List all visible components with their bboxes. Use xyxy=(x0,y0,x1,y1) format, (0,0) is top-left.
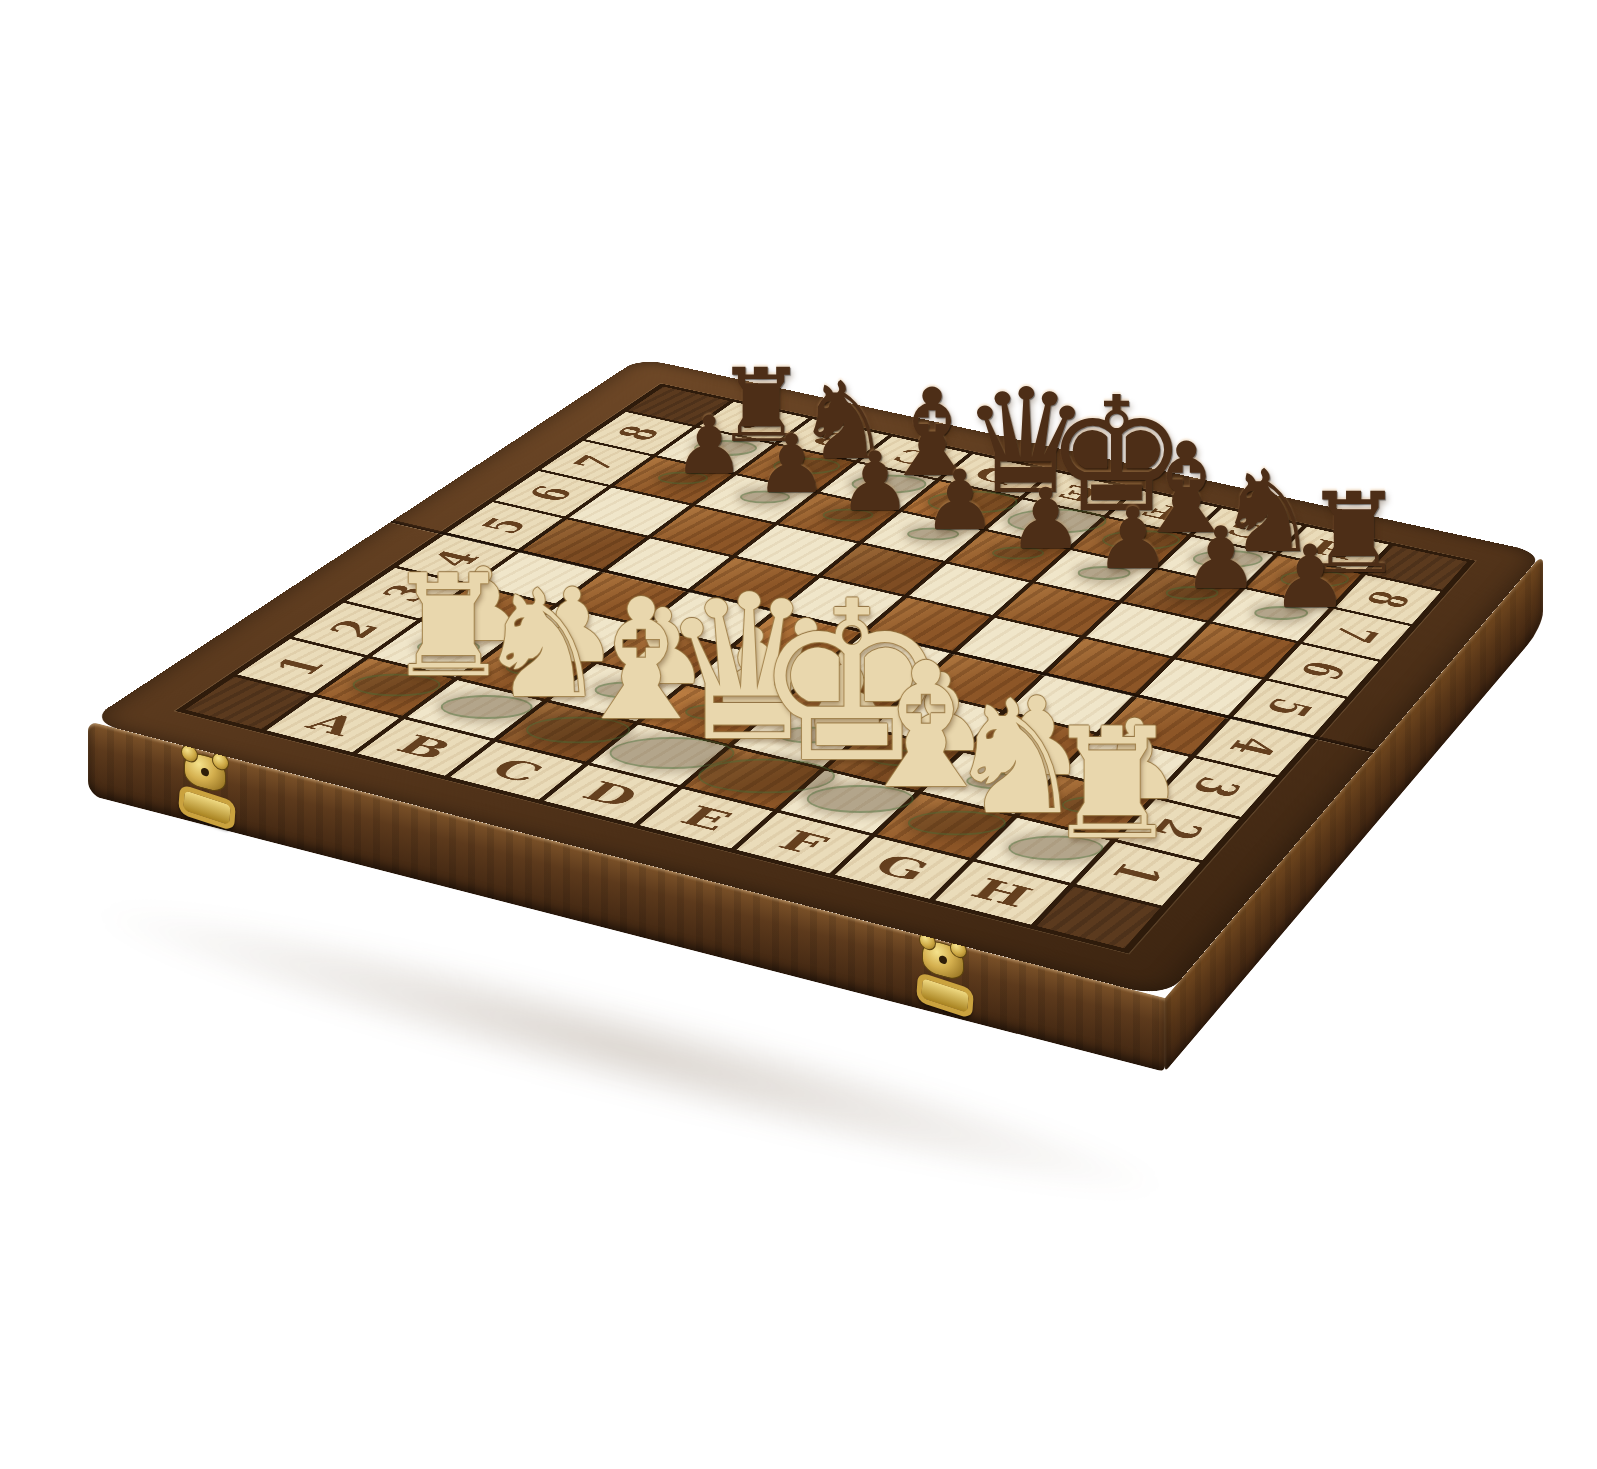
coordinate-glyph: B xyxy=(387,729,462,765)
coordinate-glyph: 7 xyxy=(1323,621,1392,647)
coordinate-glyph: 6 xyxy=(518,482,586,505)
coordinate-glyph: 6 xyxy=(1289,657,1359,684)
latch-bail xyxy=(178,784,236,832)
coordinate-glyph: 5 xyxy=(1254,694,1325,722)
coordinate-glyph: H xyxy=(1303,535,1366,565)
coordinate-glyph: C xyxy=(885,444,943,470)
product-photo-scene: ABCDEFGH8877665544332211ABCDEFGH ♜♞♝♛♚♝♞… xyxy=(0,0,1597,1469)
coordinate-glyph: G xyxy=(865,848,939,887)
coordinate-glyph: E xyxy=(1051,480,1107,507)
coordinate-glyph: C xyxy=(481,753,553,789)
coordinate-glyph: F xyxy=(770,824,837,861)
coordinate-glyph: A xyxy=(725,410,782,435)
latch-bail xyxy=(916,972,974,1020)
coordinate-glyph: 3 xyxy=(371,580,443,606)
coordinate-glyph: 4 xyxy=(1218,732,1291,761)
brass-latch-right[interactable] xyxy=(917,936,969,1015)
coordinate-glyph: 5 xyxy=(471,513,540,537)
coordinate-glyph: G xyxy=(1219,516,1278,544)
coordinate-glyph: D xyxy=(966,462,1026,489)
coordinate-glyph: E xyxy=(671,800,741,837)
coordinate-glyph: A xyxy=(297,707,369,741)
coordinate-glyph: H xyxy=(963,872,1041,913)
latch-hole xyxy=(201,767,209,777)
coordinate-glyph: 1 xyxy=(264,652,339,680)
coordinate-glyph: 7 xyxy=(563,451,629,473)
latch-hole xyxy=(939,955,947,965)
coordinate-glyph: 8 xyxy=(607,422,672,444)
coordinate-glyph: 2 xyxy=(1141,814,1217,845)
coordinate-glyph: 2 xyxy=(318,615,392,642)
board-plane: ABCDEFGH8877665544332211ABCDEFGH xyxy=(88,358,1543,998)
coordinate-glyph: B xyxy=(804,427,864,453)
coordinate-glyph: 8 xyxy=(1355,587,1422,612)
coordinate-glyph: 4 xyxy=(422,546,493,571)
coordinate-glyph: 3 xyxy=(1180,772,1255,802)
coordinate-glyph: 1 xyxy=(1099,857,1177,889)
brass-latch-left[interactable] xyxy=(179,748,231,827)
coordinate-glyph: F xyxy=(1137,499,1190,525)
coordinate-glyph: D xyxy=(573,776,648,814)
